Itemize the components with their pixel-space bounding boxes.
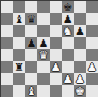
- piece-black-pawn[interactable]: ♟: [63, 13, 73, 24]
- square-b5[interactable]: [13, 37, 25, 49]
- square-d3[interactable]: [37, 61, 49, 73]
- square-e2[interactable]: [50, 73, 62, 85]
- square-c6[interactable]: [25, 25, 37, 37]
- piece-black-king[interactable]: ♚: [63, 1, 73, 12]
- square-e6[interactable]: [50, 25, 62, 37]
- piece-black-queen[interactable]: ♛: [26, 13, 36, 24]
- square-d2[interactable]: [37, 73, 49, 85]
- square-b1[interactable]: [13, 85, 25, 97]
- square-d6[interactable]: [37, 25, 49, 37]
- square-g2[interactable]: ♟: [74, 73, 86, 85]
- piece-black-pawn[interactable]: ♟: [75, 25, 85, 36]
- square-g4[interactable]: [74, 49, 86, 61]
- square-a8[interactable]: [1, 1, 13, 13]
- piece-white-king[interactable]: ♚: [75, 85, 85, 96]
- square-a4[interactable]: [1, 49, 13, 61]
- square-c5[interactable]: ♟: [25, 37, 37, 49]
- square-b4[interactable]: [13, 49, 25, 61]
- square-e8[interactable]: [50, 1, 62, 13]
- square-h1[interactable]: [86, 85, 98, 97]
- square-g6[interactable]: ♟: [74, 25, 86, 37]
- square-a3[interactable]: [1, 61, 13, 73]
- square-h2[interactable]: [86, 73, 98, 85]
- square-d7[interactable]: [37, 13, 49, 25]
- chess-board: ♚♝♛♟♞♟♟♟♛♜♟♟♟♟♝♚: [0, 0, 98, 97]
- square-e5[interactable]: [50, 37, 62, 49]
- square-a6[interactable]: [1, 25, 13, 37]
- square-f3[interactable]: [62, 61, 74, 73]
- square-c8[interactable]: [25, 1, 37, 13]
- square-d8[interactable]: [37, 1, 49, 13]
- square-h8[interactable]: [86, 1, 98, 13]
- square-h3[interactable]: ♟: [86, 61, 98, 73]
- square-f4[interactable]: [62, 49, 74, 61]
- square-f1[interactable]: [62, 85, 74, 97]
- square-a2[interactable]: [1, 73, 13, 85]
- square-b7[interactable]: ♝: [13, 13, 25, 25]
- piece-white-pawn[interactable]: ♟: [51, 61, 61, 72]
- piece-white-knight[interactable]: ♞: [63, 25, 73, 36]
- square-f2[interactable]: ♟: [62, 73, 74, 85]
- square-h6[interactable]: [86, 25, 98, 37]
- square-e3[interactable]: ♟: [50, 61, 62, 73]
- square-c2[interactable]: [25, 73, 37, 85]
- square-g5[interactable]: [74, 37, 86, 49]
- square-f7[interactable]: ♟: [62, 13, 74, 25]
- square-e7[interactable]: [50, 13, 62, 25]
- piece-white-pawn[interactable]: ♟: [87, 61, 97, 72]
- piece-black-pawn[interactable]: ♟: [39, 37, 49, 48]
- piece-white-queen[interactable]: ♛: [39, 49, 49, 60]
- piece-black-bishop[interactable]: ♝: [14, 13, 24, 24]
- square-h7[interactable]: [86, 13, 98, 25]
- piece-white-pawn[interactable]: ♟: [63, 73, 73, 84]
- square-g7[interactable]: [74, 13, 86, 25]
- square-f8[interactable]: ♚: [62, 1, 74, 13]
- piece-white-pawn[interactable]: ♟: [75, 73, 85, 84]
- square-g8[interactable]: [74, 1, 86, 13]
- square-b2[interactable]: [13, 73, 25, 85]
- square-d1[interactable]: [37, 85, 49, 97]
- square-b3[interactable]: ♜: [13, 61, 25, 73]
- square-a1[interactable]: [1, 85, 13, 97]
- square-b8[interactable]: [13, 1, 25, 13]
- square-g1[interactable]: ♚: [74, 85, 86, 97]
- square-e4[interactable]: [50, 49, 62, 61]
- square-b6[interactable]: [13, 25, 25, 37]
- square-c3[interactable]: [25, 61, 37, 73]
- square-c7[interactable]: ♛: [25, 13, 37, 25]
- square-e1[interactable]: [50, 85, 62, 97]
- square-f6[interactable]: ♞: [62, 25, 74, 37]
- piece-black-rook[interactable]: ♜: [14, 61, 24, 72]
- square-h5[interactable]: [86, 37, 98, 49]
- square-f5[interactable]: [62, 37, 74, 49]
- square-g3[interactable]: [74, 61, 86, 73]
- square-d4[interactable]: ♛: [37, 49, 49, 61]
- square-c1[interactable]: ♝: [25, 85, 37, 97]
- square-h4[interactable]: [86, 49, 98, 61]
- piece-white-bishop[interactable]: ♝: [26, 85, 36, 96]
- square-d5[interactable]: ♟: [37, 37, 49, 49]
- square-a5[interactable]: [1, 37, 13, 49]
- piece-black-pawn[interactable]: ♟: [26, 37, 36, 48]
- square-a7[interactable]: [1, 13, 13, 25]
- square-c4[interactable]: [25, 49, 37, 61]
